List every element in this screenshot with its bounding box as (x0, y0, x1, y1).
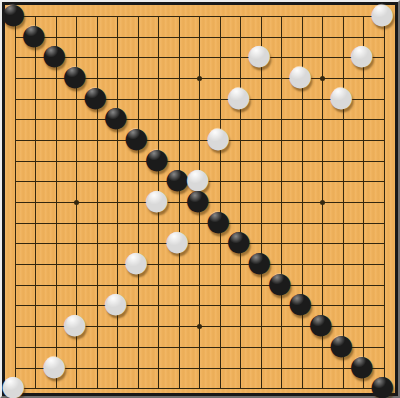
point-A14[interactable] (5, 109, 26, 130)
point-N19[interactable] (251, 6, 272, 27)
point-A9[interactable] (5, 213, 26, 234)
point-N10[interactable] (251, 192, 272, 213)
point-H6[interactable] (149, 275, 170, 296)
point-Q10[interactable] (313, 192, 334, 213)
point-S17[interactable]: ● (354, 47, 375, 68)
point-O11[interactable] (272, 172, 293, 193)
point-A12[interactable] (5, 151, 26, 172)
point-Q13[interactable] (313, 130, 334, 151)
point-M15[interactable]: ● (231, 89, 252, 110)
point-N15[interactable] (251, 89, 272, 110)
grid-line-vertical (138, 68, 139, 89)
grid-line-vertical (199, 109, 200, 130)
point-L3[interactable] (210, 337, 231, 358)
grid-line-vertical (384, 47, 385, 68)
point-J1[interactable] (169, 378, 190, 398)
point-O10[interactable] (272, 192, 293, 213)
point-N2[interactable] (251, 358, 272, 379)
point-H18[interactable] (149, 27, 170, 48)
point-O8[interactable] (272, 234, 293, 255)
grid-line-vertical (15, 172, 16, 193)
point-E8[interactable] (87, 234, 108, 255)
point-H19[interactable] (149, 6, 170, 27)
point-Q9[interactable] (313, 213, 334, 234)
point-C6[interactable] (46, 275, 67, 296)
point-N3[interactable] (251, 337, 272, 358)
point-J3[interactable] (169, 337, 190, 358)
point-L1[interactable] (210, 378, 231, 398)
point-T7[interactable] (374, 254, 395, 275)
point-J5[interactable] (169, 296, 190, 317)
point-E19[interactable] (87, 6, 108, 27)
point-F9[interactable] (108, 213, 129, 234)
grid-line-vertical (199, 358, 200, 379)
point-M5[interactable] (231, 296, 252, 317)
point-A11[interactable] (5, 172, 26, 193)
point-J8[interactable]: ● (169, 234, 190, 255)
point-T4[interactable] (374, 316, 395, 337)
point-K2[interactable] (190, 358, 211, 379)
grid-line-vertical (302, 378, 303, 388)
point-T15[interactable] (374, 89, 395, 110)
point-F17[interactable] (108, 47, 129, 68)
point-C10[interactable] (46, 192, 67, 213)
point-C14[interactable] (46, 109, 67, 130)
grid-line-vertical (322, 151, 323, 172)
point-Q1[interactable] (313, 378, 334, 398)
point-E1[interactable] (87, 378, 108, 398)
grid-line-horizontal (374, 264, 384, 265)
point-E12[interactable] (87, 151, 108, 172)
point-R6[interactable] (333, 275, 354, 296)
grid-line-horizontal (374, 119, 384, 120)
point-T3[interactable] (374, 337, 395, 358)
point-K1[interactable] (190, 378, 211, 398)
grid-line-vertical (281, 192, 282, 213)
point-P12[interactable] (292, 151, 313, 172)
point-D10[interactable] (67, 192, 88, 213)
point-B7[interactable] (26, 254, 47, 275)
grid-line-vertical (363, 275, 364, 296)
point-E3[interactable] (87, 337, 108, 358)
point-M11[interactable] (231, 172, 252, 193)
point-H3[interactable] (149, 337, 170, 358)
point-J16[interactable] (169, 68, 190, 89)
point-A13[interactable] (5, 130, 26, 151)
point-D18[interactable] (67, 27, 88, 48)
point-F11[interactable] (108, 172, 129, 193)
point-F2[interactable] (108, 358, 129, 379)
point-P1[interactable] (292, 378, 313, 398)
point-R5[interactable] (333, 296, 354, 317)
point-H16[interactable] (149, 68, 170, 89)
grid-line-vertical (76, 27, 77, 48)
grid-line-vertical (138, 296, 139, 317)
point-B12[interactable] (26, 151, 47, 172)
point-P13[interactable] (292, 130, 313, 151)
point-R10[interactable] (333, 192, 354, 213)
point-O1[interactable] (272, 378, 293, 398)
point-F19[interactable] (108, 6, 129, 27)
point-J13[interactable] (169, 130, 190, 151)
point-D19[interactable] (67, 6, 88, 27)
point-O3[interactable] (272, 337, 293, 358)
point-B15[interactable] (26, 89, 47, 110)
grid-line-vertical (138, 89, 139, 110)
point-P7[interactable] (292, 254, 313, 275)
point-H4[interactable] (149, 316, 170, 337)
point-F5[interactable]: ● (108, 296, 129, 317)
point-C7[interactable] (46, 254, 67, 275)
point-Q7[interactable] (313, 254, 334, 275)
point-N13[interactable] (251, 130, 272, 151)
point-L19[interactable] (210, 6, 231, 27)
star-point (320, 76, 325, 81)
point-O12[interactable] (272, 151, 293, 172)
grid-line-vertical (179, 68, 180, 89)
point-N11[interactable] (251, 172, 272, 193)
point-M13[interactable] (231, 130, 252, 151)
point-N1[interactable] (251, 378, 272, 398)
point-R9[interactable] (333, 213, 354, 234)
point-Q19[interactable] (313, 6, 334, 27)
point-F10[interactable] (108, 192, 129, 213)
point-J14[interactable] (169, 109, 190, 130)
point-T14[interactable] (374, 109, 395, 130)
grid-line-horizontal (15, 57, 25, 58)
point-A6[interactable] (5, 275, 26, 296)
point-H14[interactable] (149, 109, 170, 130)
grid-line-vertical (220, 68, 221, 89)
black-stone[interactable]: ● (372, 375, 393, 396)
point-H15[interactable] (149, 89, 170, 110)
point-L4[interactable] (210, 316, 231, 337)
point-P11[interactable] (292, 172, 313, 193)
point-O13[interactable] (272, 130, 293, 151)
point-B5[interactable] (26, 296, 47, 317)
white-stone[interactable]: ● (126, 251, 147, 272)
point-G2[interactable] (128, 358, 149, 379)
point-N14[interactable] (251, 109, 272, 130)
grid-line-vertical (322, 358, 323, 379)
point-M10[interactable] (231, 192, 252, 213)
point-T13[interactable] (374, 130, 395, 151)
point-M4[interactable] (231, 316, 252, 337)
white-stone[interactable]: ● (3, 375, 24, 396)
point-J4[interactable] (169, 316, 190, 337)
point-P18[interactable] (292, 27, 313, 48)
point-J2[interactable] (169, 358, 190, 379)
point-G19[interactable] (128, 6, 149, 27)
point-H1[interactable] (149, 378, 170, 398)
point-G16[interactable] (128, 68, 149, 89)
point-J15[interactable] (169, 89, 190, 110)
white-stone[interactable]: ● (64, 313, 85, 334)
point-S12[interactable] (354, 151, 375, 172)
point-A4[interactable] (5, 316, 26, 337)
point-A15[interactable] (5, 89, 26, 110)
point-B8[interactable] (26, 234, 47, 255)
point-T10[interactable] (374, 192, 395, 213)
point-D1[interactable] (67, 378, 88, 398)
point-K17[interactable] (190, 47, 211, 68)
point-L13[interactable]: ● (210, 130, 231, 151)
point-O9[interactable] (272, 213, 293, 234)
grid-line-vertical (117, 151, 118, 172)
point-R12[interactable] (333, 151, 354, 172)
point-G5[interactable] (128, 296, 149, 317)
point-C19[interactable] (46, 6, 67, 27)
point-M2[interactable] (231, 358, 252, 379)
point-D4[interactable]: ● (67, 316, 88, 337)
point-T11[interactable] (374, 172, 395, 193)
grid-line-vertical (322, 234, 323, 255)
grid-line-vertical (138, 27, 139, 48)
point-A7[interactable] (5, 254, 26, 275)
point-H17[interactable] (149, 47, 170, 68)
point-N12[interactable] (251, 151, 272, 172)
point-C9[interactable] (46, 213, 67, 234)
point-G15[interactable] (128, 89, 149, 110)
point-G1[interactable] (128, 378, 149, 398)
point-E10[interactable] (87, 192, 108, 213)
point-E18[interactable] (87, 27, 108, 48)
point-L6[interactable] (210, 275, 231, 296)
grid-line-vertical (15, 192, 16, 213)
point-K3[interactable] (190, 337, 211, 358)
grid-line-horizontal (374, 202, 384, 203)
point-O19[interactable] (272, 6, 293, 27)
point-A3[interactable] (5, 337, 26, 358)
point-H5[interactable] (149, 296, 170, 317)
white-stone[interactable]: ● (105, 292, 126, 313)
white-stone[interactable]: ● (228, 86, 249, 107)
point-R11[interactable] (333, 172, 354, 193)
point-T12[interactable] (374, 151, 395, 172)
point-T6[interactable] (374, 275, 395, 296)
point-G7[interactable]: ● (128, 254, 149, 275)
point-A16[interactable] (5, 68, 26, 89)
grid-line-horizontal (374, 78, 384, 79)
point-E11[interactable] (87, 172, 108, 193)
point-C8[interactable] (46, 234, 67, 255)
point-J19[interactable] (169, 6, 190, 27)
point-J6[interactable] (169, 275, 190, 296)
point-Q12[interactable] (313, 151, 334, 172)
white-stone[interactable]: ● (44, 355, 65, 376)
white-stone[interactable]: ● (331, 86, 352, 107)
point-B4[interactable] (26, 316, 47, 337)
point-B13[interactable] (26, 130, 47, 151)
grid-line-vertical (97, 234, 98, 255)
point-F1[interactable] (108, 378, 129, 398)
point-P9[interactable] (292, 213, 313, 234)
grid-line-vertical (15, 337, 16, 358)
point-E2[interactable] (87, 358, 108, 379)
point-S14[interactable] (354, 109, 375, 130)
point-S5[interactable] (354, 296, 375, 317)
point-S4[interactable] (354, 316, 375, 337)
point-T1[interactable]: ● (374, 378, 395, 398)
white-stone[interactable]: ● (249, 44, 270, 65)
point-K18[interactable] (190, 27, 211, 48)
grid-line-vertical (97, 378, 98, 388)
grid-line-vertical (363, 254, 364, 275)
grid-line-vertical (97, 192, 98, 213)
point-D12[interactable] (67, 151, 88, 172)
grid-line-vertical (35, 89, 36, 110)
point-O18[interactable] (272, 27, 293, 48)
point-C13[interactable] (46, 130, 67, 151)
point-J18[interactable] (169, 27, 190, 48)
point-N9[interactable] (251, 213, 272, 234)
point-T19[interactable]: ● (374, 6, 395, 27)
grid-line-vertical (117, 358, 118, 379)
point-D13[interactable] (67, 130, 88, 151)
white-stone[interactable]: ● (290, 65, 311, 86)
point-S11[interactable] (354, 172, 375, 193)
point-P14[interactable] (292, 109, 313, 130)
grid-line-horizontal (15, 202, 25, 203)
point-C12[interactable] (46, 151, 67, 172)
point-L2[interactable] (210, 358, 231, 379)
point-M3[interactable] (231, 337, 252, 358)
grid-line-vertical (261, 130, 262, 151)
point-D9[interactable] (67, 213, 88, 234)
point-B11[interactable] (26, 172, 47, 193)
point-L17[interactable] (210, 47, 231, 68)
point-S8[interactable] (354, 234, 375, 255)
point-B9[interactable] (26, 213, 47, 234)
point-E7[interactable] (87, 254, 108, 275)
point-K5[interactable] (190, 296, 211, 317)
point-P8[interactable] (292, 234, 313, 255)
point-A10[interactable] (5, 192, 26, 213)
point-P2[interactable] (292, 358, 313, 379)
point-H10[interactable]: ● (149, 192, 170, 213)
point-G4[interactable] (128, 316, 149, 337)
white-stone[interactable]: ● (167, 230, 188, 251)
point-R7[interactable] (333, 254, 354, 275)
point-A5[interactable] (5, 296, 26, 317)
point-N17[interactable]: ● (251, 47, 272, 68)
point-T5[interactable] (374, 296, 395, 317)
point-M1[interactable] (231, 378, 252, 398)
point-E17[interactable] (87, 47, 108, 68)
white-stone[interactable]: ● (351, 44, 372, 65)
point-O2[interactable] (272, 358, 293, 379)
point-B10[interactable] (26, 192, 47, 213)
point-S9[interactable] (354, 213, 375, 234)
point-Q8[interactable] (313, 234, 334, 255)
white-stone[interactable]: ● (146, 189, 167, 210)
grid-line-vertical (138, 213, 139, 234)
grid-line-vertical (363, 16, 364, 26)
point-D11[interactable] (67, 172, 88, 193)
point-S13[interactable] (354, 130, 375, 151)
point-R19[interactable] (333, 6, 354, 27)
grid-line-vertical (261, 89, 262, 110)
point-D2[interactable] (67, 358, 88, 379)
point-R8[interactable] (333, 234, 354, 255)
point-K15[interactable] (190, 89, 211, 110)
point-M19[interactable] (231, 6, 252, 27)
point-R13[interactable] (333, 130, 354, 151)
point-S10[interactable] (354, 192, 375, 213)
point-S15[interactable] (354, 89, 375, 110)
point-K4[interactable] (190, 316, 211, 337)
point-R15[interactable]: ● (333, 89, 354, 110)
point-C2[interactable]: ● (46, 358, 67, 379)
point-B6[interactable] (26, 275, 47, 296)
grid-line-vertical (76, 213, 77, 234)
point-Q18[interactable] (313, 27, 334, 48)
point-G3[interactable] (128, 337, 149, 358)
point-K19[interactable] (190, 6, 211, 27)
point-K16[interactable] (190, 68, 211, 89)
point-Q11[interactable] (313, 172, 334, 193)
point-C11[interactable] (46, 172, 67, 193)
point-Q6[interactable] (313, 275, 334, 296)
point-E9[interactable] (87, 213, 108, 234)
point-O14[interactable] (272, 109, 293, 130)
point-G18[interactable] (128, 27, 149, 48)
point-Q17[interactable] (313, 47, 334, 68)
point-P10[interactable] (292, 192, 313, 213)
grid-line-vertical (97, 316, 98, 337)
point-T17[interactable] (374, 47, 395, 68)
point-D8[interactable] (67, 234, 88, 255)
point-G17[interactable] (128, 47, 149, 68)
white-stone[interactable]: ● (208, 127, 229, 148)
grid-line-vertical (281, 16, 282, 26)
white-stone[interactable]: ● (372, 3, 393, 24)
point-A8[interactable] (5, 234, 26, 255)
grid-line-horizontal (374, 99, 384, 100)
point-K6[interactable] (190, 275, 211, 296)
point-P19[interactable] (292, 6, 313, 27)
point-K7[interactable] (190, 254, 211, 275)
point-F16[interactable] (108, 68, 129, 89)
point-S6[interactable] (354, 275, 375, 296)
point-T9[interactable] (374, 213, 395, 234)
point-F3[interactable] (108, 337, 129, 358)
grid-line-vertical (97, 27, 98, 48)
point-L11[interactable] (210, 172, 231, 193)
grid-line-vertical (76, 109, 77, 130)
point-P16[interactable]: ● (292, 68, 313, 89)
point-T8[interactable] (374, 234, 395, 255)
point-L18[interactable] (210, 27, 231, 48)
point-A1[interactable]: ● (5, 378, 26, 398)
point-T16[interactable] (374, 68, 395, 89)
grid-line-vertical (384, 68, 385, 89)
point-D7[interactable] (67, 254, 88, 275)
grid-line-vertical (384, 109, 385, 130)
point-L5[interactable] (210, 296, 231, 317)
point-F18[interactable] (108, 27, 129, 48)
point-M12[interactable] (231, 151, 252, 172)
grid-line-vertical (220, 172, 221, 193)
point-B14[interactable] (26, 109, 47, 130)
grid-line-vertical (158, 275, 159, 296)
point-J17[interactable] (169, 47, 190, 68)
point-N4[interactable] (251, 316, 272, 337)
point-H2[interactable] (149, 358, 170, 379)
grid-line-vertical (138, 47, 139, 68)
point-S7[interactable] (354, 254, 375, 275)
point-D6[interactable] (67, 275, 88, 296)
